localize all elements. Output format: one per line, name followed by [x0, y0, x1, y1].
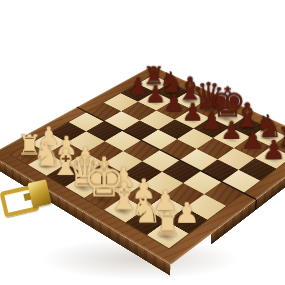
square-h7: ♟: [255, 147, 285, 169]
square-h1: ♜: [147, 221, 189, 248]
board-frame: ♜♞♝♛♚♝♞♜♟♟♟♟♟♟♟♟♟♟♟♟♟♟♟♟♜♞♝♛♚♝♞♜: [0, 66, 285, 265]
brass-latch: [0, 176, 62, 222]
play-area: ♜♞♝♛♚♝♞♜♟♟♟♟♟♟♟♟♟♟♟♟♟♟♟♟♜♞♝♛♚♝♞♜: [11, 75, 285, 248]
product-photo: ♜♞♝♛♚♝♞♜♟♟♟♟♟♟♟♟♟♟♟♟♟♟♟♟♜♞♝♛♚♝♞♜: [0, 0, 285, 285]
scene: ♜♞♝♛♚♝♞♜♟♟♟♟♟♟♟♟♟♟♟♟♟♟♟♟♜♞♝♛♚♝♞♜: [0, 0, 285, 285]
